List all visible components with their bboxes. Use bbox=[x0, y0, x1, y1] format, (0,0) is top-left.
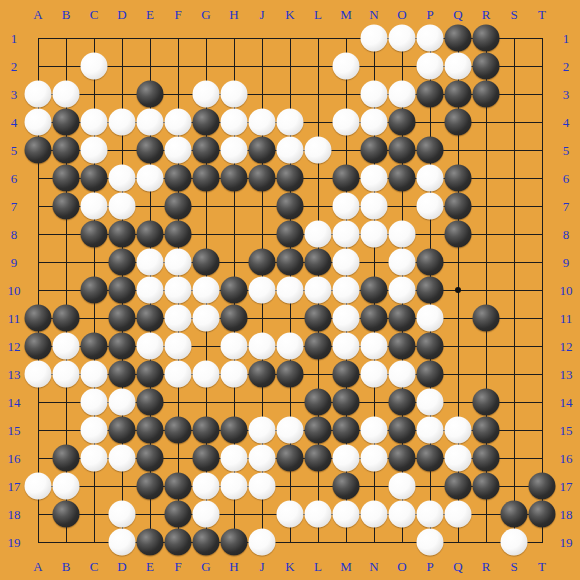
stone-white[interactable] bbox=[137, 109, 164, 136]
stone-white[interactable] bbox=[501, 529, 528, 556]
stone-white[interactable] bbox=[193, 501, 220, 528]
column-label-bottom: S bbox=[510, 560, 517, 573]
stone-white[interactable] bbox=[81, 361, 108, 388]
stone-black[interactable] bbox=[445, 473, 472, 500]
stone-white[interactable] bbox=[277, 109, 304, 136]
stone-black[interactable] bbox=[53, 305, 80, 332]
stone-white[interactable] bbox=[361, 221, 388, 248]
stone-white[interactable] bbox=[221, 109, 248, 136]
stone-black[interactable] bbox=[109, 221, 136, 248]
column-label-top: G bbox=[201, 8, 210, 21]
go-board[interactable]: AABBCCDDEEFFGGHHJJKKLLMMNNOOPPQQRRSSTT11… bbox=[0, 0, 580, 580]
stone-black[interactable] bbox=[165, 193, 192, 220]
stone-black[interactable] bbox=[221, 277, 248, 304]
stone-black[interactable] bbox=[81, 277, 108, 304]
stone-white[interactable] bbox=[53, 81, 80, 108]
stone-black[interactable] bbox=[389, 417, 416, 444]
stone-black[interactable] bbox=[389, 165, 416, 192]
row-label-right: 7 bbox=[563, 200, 570, 213]
stone-black[interactable] bbox=[165, 473, 192, 500]
stone-white[interactable] bbox=[333, 109, 360, 136]
stone-black[interactable] bbox=[417, 137, 444, 164]
stone-white[interactable] bbox=[25, 361, 52, 388]
column-label-bottom: B bbox=[62, 560, 71, 573]
stone-black[interactable] bbox=[109, 333, 136, 360]
column-label-top: C bbox=[90, 8, 99, 21]
stone-white[interactable] bbox=[165, 305, 192, 332]
stone-white[interactable] bbox=[249, 529, 276, 556]
column-label-top: F bbox=[174, 8, 181, 21]
stone-black[interactable] bbox=[389, 389, 416, 416]
column-label-top: P bbox=[426, 8, 433, 21]
stone-black[interactable] bbox=[389, 137, 416, 164]
stone-black[interactable] bbox=[277, 165, 304, 192]
stone-black[interactable] bbox=[417, 81, 444, 108]
stone-black[interactable] bbox=[389, 305, 416, 332]
stone-white[interactable] bbox=[361, 361, 388, 388]
stone-black[interactable] bbox=[165, 501, 192, 528]
row-label-right: 8 bbox=[563, 228, 570, 241]
stone-black[interactable] bbox=[109, 361, 136, 388]
stone-black[interactable] bbox=[333, 389, 360, 416]
row-label-right: 14 bbox=[560, 396, 573, 409]
stone-black[interactable] bbox=[109, 417, 136, 444]
column-label-bottom: L bbox=[314, 560, 322, 573]
stone-black[interactable] bbox=[333, 417, 360, 444]
stone-black[interactable] bbox=[417, 445, 444, 472]
stone-black[interactable] bbox=[165, 165, 192, 192]
stone-black[interactable] bbox=[249, 249, 276, 276]
stone-white[interactable] bbox=[81, 417, 108, 444]
stone-white[interactable] bbox=[417, 529, 444, 556]
stone-black[interactable] bbox=[305, 417, 332, 444]
stone-black[interactable] bbox=[417, 277, 444, 304]
stone-white[interactable] bbox=[165, 361, 192, 388]
row-label-left: 16 bbox=[8, 452, 21, 465]
stone-black[interactable] bbox=[137, 137, 164, 164]
stone-white[interactable] bbox=[221, 445, 248, 472]
stone-white[interactable] bbox=[249, 333, 276, 360]
stone-black[interactable] bbox=[445, 221, 472, 248]
stone-white[interactable] bbox=[81, 53, 108, 80]
row-label-left: 18 bbox=[8, 508, 21, 521]
stone-black[interactable] bbox=[109, 249, 136, 276]
stone-black[interactable] bbox=[53, 501, 80, 528]
stone-white[interactable] bbox=[305, 221, 332, 248]
stone-white[interactable] bbox=[361, 501, 388, 528]
stone-black[interactable] bbox=[81, 165, 108, 192]
stone-white[interactable] bbox=[417, 417, 444, 444]
stone-white[interactable] bbox=[249, 109, 276, 136]
stone-black[interactable] bbox=[389, 109, 416, 136]
stone-white[interactable] bbox=[361, 193, 388, 220]
stone-black[interactable] bbox=[249, 361, 276, 388]
column-label-top: T bbox=[538, 8, 546, 21]
stone-black[interactable] bbox=[249, 137, 276, 164]
stone-white[interactable] bbox=[277, 501, 304, 528]
stone-white[interactable] bbox=[277, 277, 304, 304]
stone-black[interactable] bbox=[305, 249, 332, 276]
row-label-left: 19 bbox=[8, 536, 21, 549]
stone-white[interactable] bbox=[193, 361, 220, 388]
stone-white[interactable] bbox=[389, 249, 416, 276]
column-label-top: R bbox=[482, 8, 491, 21]
stone-white[interactable] bbox=[417, 165, 444, 192]
stone-black[interactable] bbox=[137, 221, 164, 248]
row-label-left: 1 bbox=[11, 32, 18, 45]
stone-black[interactable] bbox=[473, 417, 500, 444]
stone-black[interactable] bbox=[137, 473, 164, 500]
stone-white[interactable] bbox=[81, 109, 108, 136]
stone-white[interactable] bbox=[249, 473, 276, 500]
stone-black[interactable] bbox=[137, 305, 164, 332]
row-label-right: 16 bbox=[560, 452, 573, 465]
row-label-left: 2 bbox=[11, 60, 18, 73]
stone-black[interactable] bbox=[473, 25, 500, 52]
stone-black[interactable] bbox=[221, 165, 248, 192]
stone-black[interactable] bbox=[389, 445, 416, 472]
stone-white[interactable] bbox=[25, 109, 52, 136]
column-label-bottom: M bbox=[340, 560, 352, 573]
stone-black[interactable] bbox=[305, 389, 332, 416]
column-label-bottom: F bbox=[174, 560, 181, 573]
column-label-bottom: T bbox=[538, 560, 546, 573]
stone-black[interactable] bbox=[277, 193, 304, 220]
stone-black[interactable] bbox=[137, 389, 164, 416]
stone-white[interactable] bbox=[389, 501, 416, 528]
stone-black[interactable] bbox=[53, 109, 80, 136]
stone-white[interactable] bbox=[109, 165, 136, 192]
stone-black[interactable] bbox=[249, 165, 276, 192]
stone-black[interactable] bbox=[137, 417, 164, 444]
stone-white[interactable] bbox=[81, 445, 108, 472]
stone-white[interactable] bbox=[277, 417, 304, 444]
stone-white[interactable] bbox=[81, 389, 108, 416]
column-label-bottom: O bbox=[397, 560, 406, 573]
stone-black[interactable] bbox=[165, 221, 192, 248]
column-label-top: S bbox=[510, 8, 517, 21]
stone-white[interactable] bbox=[333, 277, 360, 304]
stone-black[interactable] bbox=[109, 305, 136, 332]
row-label-left: 14 bbox=[8, 396, 21, 409]
grid-line-vertical bbox=[514, 38, 515, 543]
stone-white[interactable] bbox=[305, 137, 332, 164]
stone-white[interactable] bbox=[193, 305, 220, 332]
stone-white[interactable] bbox=[333, 193, 360, 220]
stone-white[interactable] bbox=[333, 305, 360, 332]
stone-black[interactable] bbox=[473, 53, 500, 80]
stone-black[interactable] bbox=[137, 445, 164, 472]
column-label-bottom: A bbox=[33, 560, 42, 573]
stone-white[interactable] bbox=[137, 333, 164, 360]
stone-black[interactable] bbox=[25, 137, 52, 164]
stone-black[interactable] bbox=[445, 165, 472, 192]
column-label-top: J bbox=[259, 8, 264, 21]
stone-white[interactable] bbox=[389, 277, 416, 304]
stone-white[interactable] bbox=[305, 501, 332, 528]
grid-line-vertical bbox=[542, 38, 543, 543]
stone-white[interactable] bbox=[249, 277, 276, 304]
stone-black[interactable] bbox=[221, 305, 248, 332]
column-label-bottom: P bbox=[426, 560, 433, 573]
stone-white[interactable] bbox=[361, 417, 388, 444]
stone-black[interactable] bbox=[53, 193, 80, 220]
row-label-left: 11 bbox=[8, 312, 21, 325]
stone-white[interactable] bbox=[165, 109, 192, 136]
stone-white[interactable] bbox=[417, 389, 444, 416]
row-label-left: 17 bbox=[8, 480, 21, 493]
stone-black[interactable] bbox=[305, 445, 332, 472]
stone-black[interactable] bbox=[81, 221, 108, 248]
row-label-left: 13 bbox=[8, 368, 21, 381]
stone-black[interactable] bbox=[417, 333, 444, 360]
stone-black[interactable] bbox=[277, 221, 304, 248]
stone-white[interactable] bbox=[277, 333, 304, 360]
stone-black[interactable] bbox=[137, 529, 164, 556]
stone-black[interactable] bbox=[193, 137, 220, 164]
stone-white[interactable] bbox=[361, 445, 388, 472]
row-label-left: 7 bbox=[11, 200, 18, 213]
stone-black[interactable] bbox=[221, 417, 248, 444]
stone-white[interactable] bbox=[389, 361, 416, 388]
stone-white[interactable] bbox=[221, 81, 248, 108]
row-label-right: 10 bbox=[560, 284, 573, 297]
stone-black[interactable] bbox=[445, 81, 472, 108]
row-label-right: 5 bbox=[563, 144, 570, 157]
stone-white[interactable] bbox=[361, 333, 388, 360]
stone-white[interactable] bbox=[81, 193, 108, 220]
row-label-left: 12 bbox=[8, 340, 21, 353]
row-label-right: 19 bbox=[560, 536, 573, 549]
stone-white[interactable] bbox=[333, 445, 360, 472]
stone-black[interactable] bbox=[473, 473, 500, 500]
stone-white[interactable] bbox=[193, 473, 220, 500]
stone-white[interactable] bbox=[109, 529, 136, 556]
stone-black[interactable] bbox=[389, 333, 416, 360]
stone-black[interactable] bbox=[473, 81, 500, 108]
stone-black[interactable] bbox=[473, 389, 500, 416]
stone-black[interactable] bbox=[333, 361, 360, 388]
stone-black[interactable] bbox=[25, 305, 52, 332]
stone-white[interactable] bbox=[249, 417, 276, 444]
stone-black[interactable] bbox=[81, 333, 108, 360]
row-label-left: 4 bbox=[11, 116, 18, 129]
stone-black[interactable] bbox=[445, 193, 472, 220]
column-label-bottom: H bbox=[229, 560, 238, 573]
column-label-top: A bbox=[33, 8, 42, 21]
row-label-left: 6 bbox=[11, 172, 18, 185]
stone-white[interactable] bbox=[221, 361, 248, 388]
stone-black[interactable] bbox=[333, 165, 360, 192]
column-label-bottom: J bbox=[259, 560, 264, 573]
row-label-right: 6 bbox=[563, 172, 570, 185]
stone-white[interactable] bbox=[417, 501, 444, 528]
row-label-right: 1 bbox=[563, 32, 570, 45]
stone-white[interactable] bbox=[277, 137, 304, 164]
stone-white[interactable] bbox=[109, 109, 136, 136]
stone-black[interactable] bbox=[53, 137, 80, 164]
stone-black[interactable] bbox=[53, 165, 80, 192]
row-label-left: 3 bbox=[11, 88, 18, 101]
stone-black[interactable] bbox=[333, 473, 360, 500]
stone-black[interactable] bbox=[445, 109, 472, 136]
stone-black[interactable] bbox=[193, 109, 220, 136]
stone-black[interactable] bbox=[193, 165, 220, 192]
stone-white[interactable] bbox=[361, 81, 388, 108]
stone-black[interactable] bbox=[305, 305, 332, 332]
stone-white[interactable] bbox=[165, 277, 192, 304]
stone-white[interactable] bbox=[333, 221, 360, 248]
stone-white[interactable] bbox=[361, 25, 388, 52]
row-label-right: 2 bbox=[563, 60, 570, 73]
stone-white[interactable] bbox=[361, 109, 388, 136]
stone-black[interactable] bbox=[277, 249, 304, 276]
stone-white[interactable] bbox=[221, 473, 248, 500]
column-label-top: L bbox=[314, 8, 322, 21]
stone-black[interactable] bbox=[137, 81, 164, 108]
stone-white[interactable] bbox=[445, 445, 472, 472]
column-label-bottom: E bbox=[146, 560, 154, 573]
stone-white[interactable] bbox=[53, 333, 80, 360]
stone-white[interactable] bbox=[193, 81, 220, 108]
stone-white[interactable] bbox=[305, 277, 332, 304]
row-label-right: 15 bbox=[560, 424, 573, 437]
stone-black[interactable] bbox=[193, 529, 220, 556]
stone-black[interactable] bbox=[417, 249, 444, 276]
stone-black[interactable] bbox=[361, 137, 388, 164]
stone-black[interactable] bbox=[109, 277, 136, 304]
row-label-right: 3 bbox=[563, 88, 570, 101]
stone-black[interactable] bbox=[445, 25, 472, 52]
row-label-right: 4 bbox=[563, 116, 570, 129]
stone-white[interactable] bbox=[109, 193, 136, 220]
stone-black[interactable] bbox=[25, 333, 52, 360]
stone-black[interactable] bbox=[529, 501, 556, 528]
stone-white[interactable] bbox=[81, 137, 108, 164]
hoshi-point bbox=[455, 287, 461, 293]
stone-black[interactable] bbox=[277, 361, 304, 388]
row-label-right: 13 bbox=[560, 368, 573, 381]
stone-white[interactable] bbox=[249, 445, 276, 472]
stone-black[interactable] bbox=[361, 277, 388, 304]
row-label-right: 11 bbox=[560, 312, 573, 325]
stone-white[interactable] bbox=[165, 137, 192, 164]
column-label-bottom: R bbox=[482, 560, 491, 573]
stone-white[interactable] bbox=[333, 53, 360, 80]
stone-white[interactable] bbox=[109, 501, 136, 528]
row-label-right: 9 bbox=[563, 256, 570, 269]
stone-white[interactable] bbox=[445, 501, 472, 528]
row-label-left: 5 bbox=[11, 144, 18, 157]
stone-white[interactable] bbox=[361, 165, 388, 192]
stone-white[interactable] bbox=[417, 193, 444, 220]
column-label-top: N bbox=[369, 8, 378, 21]
stone-white[interactable] bbox=[25, 81, 52, 108]
column-label-top: M bbox=[340, 8, 352, 21]
row-label-right: 17 bbox=[560, 480, 573, 493]
stone-white[interactable] bbox=[221, 137, 248, 164]
stone-black[interactable] bbox=[137, 361, 164, 388]
stone-white[interactable] bbox=[53, 473, 80, 500]
stone-white[interactable] bbox=[137, 249, 164, 276]
stone-white[interactable] bbox=[389, 473, 416, 500]
stone-white[interactable] bbox=[389, 25, 416, 52]
stone-white[interactable] bbox=[333, 333, 360, 360]
stone-black[interactable] bbox=[277, 445, 304, 472]
stone-black[interactable] bbox=[529, 473, 556, 500]
row-label-right: 18 bbox=[560, 508, 573, 521]
stone-black[interactable] bbox=[361, 305, 388, 332]
column-label-bottom: Q bbox=[453, 560, 462, 573]
stone-white[interactable] bbox=[417, 25, 444, 52]
column-label-top: K bbox=[285, 8, 294, 21]
stone-white[interactable] bbox=[109, 389, 136, 416]
column-label-top: H bbox=[229, 8, 238, 21]
stone-white[interactable] bbox=[193, 277, 220, 304]
stone-white[interactable] bbox=[137, 165, 164, 192]
row-label-left: 10 bbox=[8, 284, 21, 297]
stone-white[interactable] bbox=[445, 53, 472, 80]
stone-black[interactable] bbox=[473, 445, 500, 472]
stone-black[interactable] bbox=[165, 529, 192, 556]
stone-black[interactable] bbox=[53, 445, 80, 472]
column-label-bottom: G bbox=[201, 560, 210, 573]
stone-white[interactable] bbox=[25, 473, 52, 500]
stone-black[interactable] bbox=[165, 417, 192, 444]
stone-white[interactable] bbox=[165, 333, 192, 360]
column-label-top: E bbox=[146, 8, 154, 21]
column-label-bottom: N bbox=[369, 560, 378, 573]
stone-black[interactable] bbox=[193, 249, 220, 276]
stone-black[interactable] bbox=[417, 361, 444, 388]
stone-white[interactable] bbox=[165, 249, 192, 276]
stone-white[interactable] bbox=[445, 417, 472, 444]
stone-black[interactable] bbox=[221, 529, 248, 556]
stone-white[interactable] bbox=[137, 277, 164, 304]
stone-white[interactable] bbox=[333, 249, 360, 276]
row-label-left: 8 bbox=[11, 228, 18, 241]
stone-white[interactable] bbox=[417, 53, 444, 80]
stone-white[interactable] bbox=[333, 501, 360, 528]
stone-white[interactable] bbox=[109, 445, 136, 472]
row-label-left: 15 bbox=[8, 424, 21, 437]
column-label-bottom: C bbox=[90, 560, 99, 573]
stone-white[interactable] bbox=[417, 305, 444, 332]
stone-black[interactable] bbox=[473, 305, 500, 332]
stone-white[interactable] bbox=[53, 361, 80, 388]
column-label-top: D bbox=[117, 8, 126, 21]
stone-white[interactable] bbox=[389, 81, 416, 108]
column-label-bottom: K bbox=[285, 560, 294, 573]
column-label-bottom: D bbox=[117, 560, 126, 573]
stone-white[interactable] bbox=[389, 221, 416, 248]
stone-black[interactable] bbox=[305, 333, 332, 360]
row-label-right: 12 bbox=[560, 340, 573, 353]
column-label-top: Q bbox=[453, 8, 462, 21]
stone-black[interactable] bbox=[193, 417, 220, 444]
column-label-top: B bbox=[62, 8, 71, 21]
column-label-top: O bbox=[397, 8, 406, 21]
stone-white[interactable] bbox=[221, 333, 248, 360]
row-label-left: 9 bbox=[11, 256, 18, 269]
stone-black[interactable] bbox=[501, 501, 528, 528]
stone-black[interactable] bbox=[193, 445, 220, 472]
